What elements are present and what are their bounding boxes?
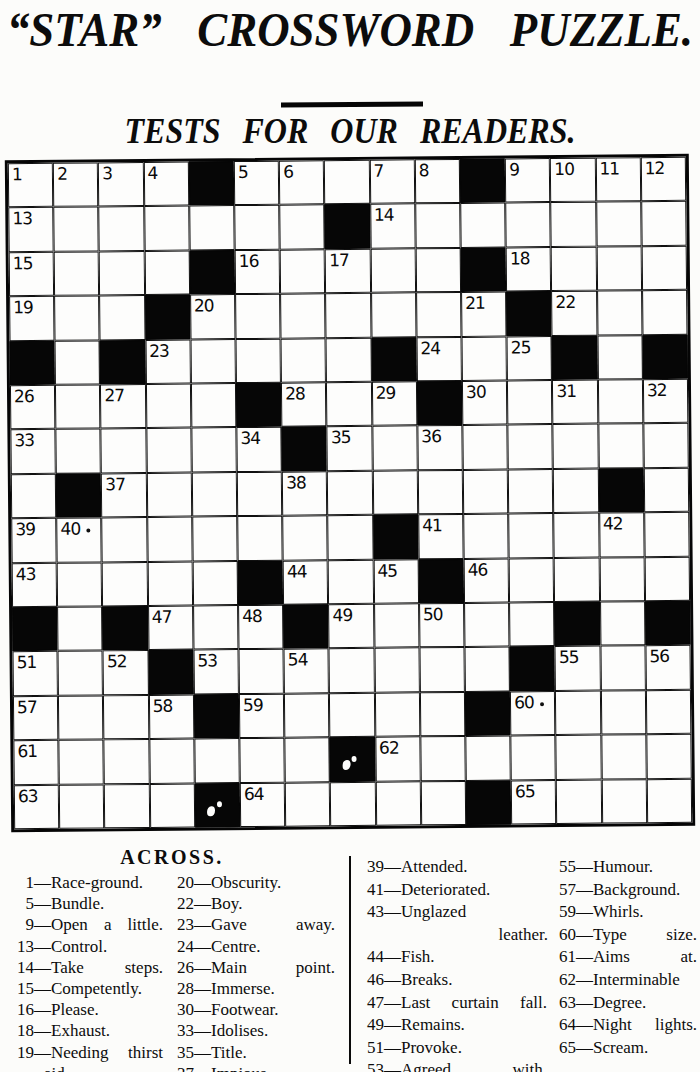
cell-r1c3[interactable] [144, 206, 190, 251]
cell-r9c6[interactable]: 44 [283, 560, 329, 605]
cell-r13c5[interactable] [239, 738, 285, 783]
cell-r13c11[interactable] [511, 735, 557, 780]
black-cell-r4c12 [552, 335, 598, 380]
cell-r1c10[interactable] [460, 203, 506, 248]
cell-r3c14[interactable] [642, 290, 688, 335]
clue-39-across: 39—Attended. [358, 856, 550, 879]
cell-r3c6[interactable] [280, 293, 326, 338]
cell-r9c8[interactable]: 45 [373, 559, 419, 604]
cell-r2c14[interactable] [641, 246, 687, 291]
cell-r0c3[interactable]: 4 [143, 162, 189, 207]
cell-r1c14[interactable] [641, 201, 687, 246]
clue-text: —Deteriorated. [384, 879, 550, 902]
cell-r11c2[interactable]: 52 [103, 650, 149, 695]
cell-r12c11[interactable]: 60 [510, 691, 556, 736]
cell-r4c9[interactable]: 24 [416, 337, 462, 382]
cell-r10c1[interactable] [57, 606, 103, 651]
grid-number-54: 54 [288, 650, 308, 670]
cell-r9c4[interactable] [192, 561, 238, 606]
clue-text: —Background. [576, 879, 700, 902]
black-cell-r2c4 [189, 250, 235, 295]
cell-r12c9[interactable] [420, 692, 466, 737]
cell-r14c8[interactable] [375, 781, 421, 826]
grid-number-37: 37 [105, 474, 125, 494]
clue-63-across: 63—Degree. [550, 992, 700, 1015]
cell-r14c0[interactable]: 63 [14, 784, 60, 829]
grid-number-19: 19 [13, 297, 33, 317]
cell-r3c13[interactable] [597, 290, 643, 335]
cell-r13c6[interactable] [285, 737, 331, 782]
cell-r0c1[interactable]: 2 [53, 162, 99, 207]
cell-r8c6[interactable] [282, 515, 328, 560]
cell-r2c9[interactable] [415, 248, 461, 293]
grid-number-11: 11 [599, 158, 619, 178]
cell-r14c11[interactable]: 65 [511, 780, 557, 825]
cell-r5c7[interactable] [326, 382, 372, 427]
black-cell-r10c12 [554, 602, 600, 647]
cell-r4c11[interactable]: 25 [507, 336, 553, 381]
cell-r12c8[interactable] [375, 692, 421, 737]
cell-r13c10[interactable] [465, 736, 511, 781]
grid-number-25: 25 [511, 337, 531, 357]
cell-r14c14[interactable] [647, 778, 693, 823]
cell-r0c13[interactable]: 11 [595, 157, 641, 202]
cell-r9c10[interactable]: 46 [464, 558, 510, 603]
cell-r7c5[interactable] [237, 471, 283, 516]
clue-62-across: 62—Interminable [550, 969, 700, 992]
clue-number: 63 [550, 992, 576, 1015]
clue-number: 5 [6, 893, 34, 914]
clue-text: —Please. [34, 999, 166, 1020]
black-cell-r9c9 [418, 559, 464, 604]
cell-r8c3[interactable] [147, 517, 193, 562]
cell-r6c14[interactable] [643, 423, 689, 468]
clue-9-across: 9—Open a little. [6, 914, 166, 935]
cell-r14c12[interactable] [556, 779, 602, 824]
cell-r0c12[interactable]: 10 [550, 158, 596, 203]
cell-r6c5[interactable]: 34 [236, 427, 282, 472]
cell-r0c14[interactable]: 12 [641, 157, 687, 202]
cell-r3c4[interactable]: 20 [190, 294, 236, 339]
cell-r7c12[interactable] [553, 468, 599, 513]
cell-r11c7[interactable] [329, 648, 375, 693]
cell-r0c8[interactable]: 7 [369, 159, 415, 204]
cell-r4c13[interactable] [597, 335, 643, 380]
clue-number: 35 [166, 1042, 194, 1063]
cell-r13c8[interactable]: 62 [375, 737, 421, 782]
cell-r7c2[interactable]: 37 [101, 473, 147, 518]
cell-r2c8[interactable] [370, 248, 416, 293]
cell-r5c0[interactable]: 26 [10, 385, 56, 430]
cell-r8c10[interactable] [463, 514, 509, 559]
clue-text: —Boy. [194, 893, 338, 914]
cell-r11c9[interactable] [419, 647, 465, 692]
cell-r6c1[interactable] [56, 429, 102, 474]
cell-r11c0[interactable]: 51 [13, 651, 59, 696]
cell-r6c2[interactable] [101, 428, 147, 473]
cell-r9c14[interactable] [644, 556, 690, 601]
cell-r3c5[interactable] [235, 294, 281, 339]
clue-text: —Breaks. [384, 969, 550, 992]
clue-41-across: 41—Deteriorated. [358, 879, 550, 902]
cell-r4c1[interactable] [55, 340, 101, 385]
cell-r13c14[interactable] [646, 734, 692, 779]
cell-r9c1[interactable] [57, 562, 103, 607]
cell-r13c13[interactable] [601, 734, 647, 779]
cell-r8c9[interactable]: 41 [418, 514, 464, 559]
cell-r7c11[interactable] [508, 469, 554, 514]
cell-r0c0[interactable]: 1 [8, 163, 54, 208]
cell-r12c14[interactable] [646, 690, 692, 735]
grid-number-51: 51 [17, 652, 37, 672]
cell-r13c9[interactable] [420, 736, 466, 781]
grid-number-60: 60 [514, 692, 534, 712]
cell-r8c7[interactable] [328, 515, 374, 560]
grid-number-30: 30 [466, 382, 486, 402]
grid-number-1: 1 [12, 164, 22, 184]
clue-text: —Humour. [576, 856, 700, 879]
cell-r12c3[interactable]: 58 [149, 694, 195, 739]
cell-r10c8[interactable] [374, 603, 420, 648]
cell-r2c11[interactable]: 18 [506, 247, 552, 292]
clue-24-across: 24—Centre. [166, 936, 338, 957]
cell-r4c3[interactable]: 23 [145, 339, 191, 384]
black-cell-r3c11 [506, 291, 552, 336]
cell-r13c0[interactable]: 61 [13, 740, 59, 785]
cell-r11c10[interactable] [464, 647, 510, 692]
cell-r1c13[interactable] [596, 202, 642, 247]
cell-r3c12[interactable]: 22 [551, 291, 597, 336]
grid-number-23: 23 [149, 340, 169, 360]
cell-r6c10[interactable] [462, 425, 508, 470]
cell-r14c7[interactable] [330, 781, 376, 826]
grid-number-26: 26 [14, 386, 34, 406]
cell-r8c2[interactable] [102, 517, 148, 562]
black-cell-r10c14 [645, 601, 691, 646]
black-cell-r14c4 [195, 783, 241, 828]
clue-text: —Needing thirst [34, 1042, 166, 1063]
cell-r1c11[interactable] [505, 202, 551, 247]
cell-r1c9[interactable] [415, 203, 461, 248]
cell-r13c2[interactable] [104, 739, 150, 784]
cell-r5c14[interactable]: 32 [643, 379, 689, 424]
clue-18-across: 18—Exhaust. [6, 1020, 166, 1041]
cell-r7c14[interactable] [644, 468, 690, 513]
cell-r11c1[interactable] [58, 651, 104, 696]
cell-r4c4[interactable] [190, 339, 236, 384]
cell-r6c4[interactable] [191, 427, 237, 472]
cell-r2c3[interactable] [144, 250, 190, 295]
clue-text: —Race-ground. [34, 872, 166, 893]
grid-number-32: 32 [647, 380, 667, 400]
clue-number: 65 [550, 1037, 576, 1060]
cell-r8c4[interactable] [192, 516, 238, 561]
cell-r12c2[interactable] [103, 695, 149, 740]
cell-r0c9[interactable]: 8 [415, 159, 461, 204]
grid-number-22: 22 [555, 292, 575, 312]
cell-r11c8[interactable] [374, 648, 420, 693]
clue-47-across: 47—Last curtain fall. [358, 992, 550, 1015]
grid-number-5: 5 [238, 162, 248, 182]
cell-r1c5[interactable] [234, 205, 280, 250]
cell-r1c12[interactable] [551, 202, 597, 247]
cell-r7c3[interactable] [146, 472, 192, 517]
cell-r7c10[interactable] [463, 469, 509, 514]
cell-r0c5[interactable]: 5 [234, 161, 280, 206]
cell-r10c9[interactable]: 50 [419, 603, 465, 648]
cell-r9c3[interactable] [147, 561, 193, 606]
grid-number-21: 21 [465, 293, 485, 313]
cell-r14c2[interactable] [104, 784, 150, 829]
cell-r12c12[interactable] [555, 690, 601, 735]
cell-r5c6[interactable]: 28 [281, 382, 327, 427]
cell-r9c11[interactable] [509, 558, 555, 603]
clue-28-across: 28—Immerse. [166, 978, 338, 999]
cell-r6c3[interactable] [146, 428, 192, 473]
grid-number-16: 16 [239, 251, 259, 271]
cell-r13c12[interactable] [556, 735, 602, 780]
cell-r11c14[interactable]: 56 [645, 645, 691, 690]
grid-number-42: 42 [603, 514, 623, 534]
cell-r6c7[interactable]: 35 [327, 426, 373, 471]
grid-number-43: 43 [16, 564, 36, 584]
cell-r6c0[interactable]: 33 [10, 429, 56, 474]
clue-text: —Control. [34, 936, 166, 957]
clue-number: 59 [550, 901, 576, 924]
cell-r1c1[interactable] [53, 207, 99, 252]
cell-r5c4[interactable] [191, 383, 237, 428]
cell-r12c7[interactable] [329, 693, 375, 738]
black-cell-r4c14 [642, 334, 688, 379]
cell-r8c11[interactable] [508, 513, 554, 558]
cell-r7c0[interactable] [11, 474, 57, 519]
clue-column-c: 39—Attended.41—Deteriorated.43—Unglazedl… [358, 856, 550, 1072]
clue-text: —Type size. [576, 924, 700, 947]
clue-number: 41 [358, 879, 384, 902]
cell-r10c4[interactable] [193, 605, 239, 650]
clue-text-wrap: aid. [6, 1063, 166, 1072]
cell-r3c10[interactable]: 21 [461, 292, 507, 337]
cell-r9c13[interactable] [599, 557, 645, 602]
cell-r8c1[interactable]: 40 [56, 518, 102, 563]
clue-37-across: 37—Impious. [166, 1063, 338, 1072]
clue-number: 23 [166, 914, 194, 935]
grid-number-45: 45 [377, 560, 397, 580]
black-cell-r10c6 [283, 604, 329, 649]
cell-r2c13[interactable] [596, 246, 642, 291]
clue-text: —Interminable [576, 969, 700, 992]
cell-r0c7[interactable] [324, 160, 370, 205]
clue-text: —Immerse. [194, 978, 338, 999]
cell-r1c0[interactable]: 13 [8, 207, 54, 252]
grid-number-8: 8 [419, 160, 429, 180]
cell-r3c1[interactable] [54, 296, 100, 341]
black-cell-r10c0 [12, 607, 58, 652]
cell-r6c9[interactable]: 36 [417, 425, 463, 470]
cell-r2c1[interactable] [54, 251, 100, 296]
clue-text: —Attended. [384, 856, 550, 879]
cell-r4c7[interactable] [326, 337, 372, 382]
cell-r2c6[interactable] [280, 249, 326, 294]
cell-r5c11[interactable] [507, 380, 553, 425]
cell-r11c6[interactable]: 54 [284, 649, 330, 694]
clue-number: 16 [6, 999, 34, 1020]
black-cell-r0c4 [189, 161, 235, 206]
clue-text: —Night lights. [576, 1014, 700, 1037]
black-cell-r5c5 [236, 383, 282, 428]
cell-r10c13[interactable] [600, 601, 646, 646]
clue-column-d: 55—Humour.57—Background.59—Whirls.60—Typ… [550, 856, 700, 1072]
cell-r5c13[interactable] [598, 379, 644, 424]
cell-r10c3[interactable]: 47 [148, 606, 194, 651]
cell-r12c6[interactable] [284, 693, 330, 738]
cell-r3c2[interactable] [99, 295, 145, 340]
cell-r8c5[interactable] [237, 516, 283, 561]
cell-r7c6[interactable]: 38 [282, 471, 328, 516]
cell-r0c6[interactable]: 6 [279, 160, 325, 205]
clue-number: 30 [166, 999, 194, 1020]
clue-number: 64 [550, 1014, 576, 1037]
cell-r4c5[interactable] [236, 338, 282, 383]
cell-r1c6[interactable] [279, 205, 325, 250]
clue-number: 19 [6, 1042, 34, 1063]
cell-r7c7[interactable] [327, 471, 373, 516]
grid-number-15: 15 [13, 253, 33, 273]
puzzle-subtitle: TESTS FOR OUR READERS. [0, 111, 700, 152]
clue-text: —Remains. [384, 1014, 550, 1037]
cell-r6c13[interactable] [598, 424, 644, 469]
cell-r10c11[interactable] [509, 602, 555, 647]
cell-r3c0[interactable]: 19 [9, 296, 55, 341]
grid-number-49: 49 [332, 605, 352, 625]
cell-r7c8[interactable] [372, 470, 418, 515]
cell-r5c12[interactable]: 31 [552, 380, 598, 425]
cell-r12c0[interactable]: 57 [13, 696, 59, 741]
black-cell-r3c3 [145, 295, 191, 340]
cell-r9c2[interactable] [102, 562, 148, 607]
clue-22-across: 22—Boy. [166, 893, 338, 914]
cell-r14c9[interactable] [421, 780, 467, 825]
cell-r8c0[interactable]: 39 [11, 518, 57, 563]
clue-text-wrap: leather. [358, 924, 550, 947]
cell-r6c12[interactable] [553, 424, 599, 469]
cell-r14c6[interactable] [285, 782, 331, 827]
clue-text: —Centre. [194, 936, 338, 957]
cell-r9c12[interactable] [554, 557, 600, 602]
cell-r3c9[interactable] [416, 292, 462, 337]
grid-number-31: 31 [556, 381, 576, 401]
cell-r7c9[interactable] [418, 470, 464, 515]
black-cell-r13c7 [330, 737, 376, 782]
clue-16-across: 16—Please. [6, 999, 166, 1020]
cell-r7c4[interactable] [192, 472, 238, 517]
cell-r0c11[interactable]: 9 [505, 158, 551, 203]
clue-64-across: 64—Night lights. [550, 1014, 700, 1037]
clue-text: —Bundle. [34, 893, 166, 914]
cell-r1c4[interactable] [189, 205, 235, 250]
cell-r11c13[interactable] [600, 646, 646, 691]
grid-number-46: 46 [468, 559, 488, 579]
black-cell-r8c8 [373, 515, 419, 560]
cell-r9c7[interactable] [328, 559, 374, 604]
cell-r11c12[interactable]: 55 [555, 646, 601, 691]
cell-r11c5[interactable] [238, 649, 284, 694]
clue-44-across: 44—Fish. [358, 946, 550, 969]
cell-r8c12[interactable] [554, 513, 600, 558]
cell-r10c10[interactable] [464, 602, 510, 647]
cell-r5c1[interactable] [55, 384, 101, 429]
cell-r13c3[interactable] [149, 739, 195, 784]
cell-r1c2[interactable] [99, 206, 145, 251]
cell-r12c5[interactable]: 59 [239, 693, 285, 738]
black-cell-r11c11 [510, 646, 556, 691]
cell-r2c7[interactable]: 17 [325, 249, 371, 294]
grid-number-2: 2 [57, 164, 67, 184]
clue-number: 9 [6, 914, 34, 935]
cell-r12c1[interactable] [58, 695, 104, 740]
cell-r2c0[interactable]: 15 [9, 252, 55, 297]
cell-r11c4[interactable]: 53 [193, 649, 239, 694]
clue-text: —Provoke. [384, 1037, 550, 1060]
cell-r12c13[interactable] [601, 690, 647, 735]
cell-r3c8[interactable] [371, 293, 417, 338]
clue-14-across: 14—Take steps. [6, 957, 166, 978]
cell-r14c13[interactable] [601, 779, 647, 824]
cell-r5c2[interactable]: 27 [100, 384, 146, 429]
black-cell-r11c3 [148, 650, 194, 695]
cell-r3c7[interactable] [325, 293, 371, 338]
cell-r14c1[interactable] [59, 784, 105, 829]
cell-r6c11[interactable] [508, 424, 554, 469]
cell-r0c2[interactable]: 3 [98, 162, 144, 207]
cell-r10c5[interactable]: 48 [238, 605, 284, 650]
clue-55-across: 55—Humour. [550, 856, 700, 879]
clue-57-across: 57—Background. [550, 879, 700, 902]
black-cell-r10c2 [102, 606, 148, 651]
cell-r13c1[interactable] [59, 740, 105, 785]
cell-r2c5[interactable]: 16 [235, 249, 281, 294]
black-cell-r5c9 [417, 381, 463, 426]
grid-number-62: 62 [379, 738, 399, 758]
cell-r14c5[interactable]: 64 [240, 782, 286, 827]
clue-number: 39 [358, 856, 384, 879]
cell-r9c0[interactable]: 43 [12, 562, 58, 607]
cell-r8c14[interactable] [644, 512, 690, 557]
cell-r2c12[interactable] [551, 246, 597, 291]
grid-number-61: 61 [17, 741, 37, 761]
cell-r4c6[interactable] [281, 338, 327, 383]
clue-43-across: 43—Unglazedleather. [358, 901, 550, 946]
cell-r2c2[interactable] [99, 251, 145, 296]
grid-number-36: 36 [421, 427, 441, 447]
cell-r10c7[interactable]: 49 [328, 604, 374, 649]
cell-r8c13[interactable]: 42 [599, 512, 645, 557]
clue-number: 33 [166, 1020, 194, 1041]
grid-number-29: 29 [376, 383, 396, 403]
grid-number-28: 28 [285, 383, 305, 403]
cell-r5c8[interactable]: 29 [372, 381, 418, 426]
cell-r5c3[interactable] [146, 384, 192, 429]
clue-number: 60 [550, 924, 576, 947]
cell-r5c10[interactable]: 30 [462, 380, 508, 425]
grid-number-38: 38 [286, 472, 306, 492]
clue-number: 24 [166, 936, 194, 957]
cell-r1c8[interactable]: 14 [370, 204, 416, 249]
cell-r13c4[interactable] [194, 738, 240, 783]
cell-r4c10[interactable] [462, 336, 508, 381]
cell-r14c3[interactable] [149, 783, 195, 828]
cell-r6c8[interactable] [372, 426, 418, 471]
